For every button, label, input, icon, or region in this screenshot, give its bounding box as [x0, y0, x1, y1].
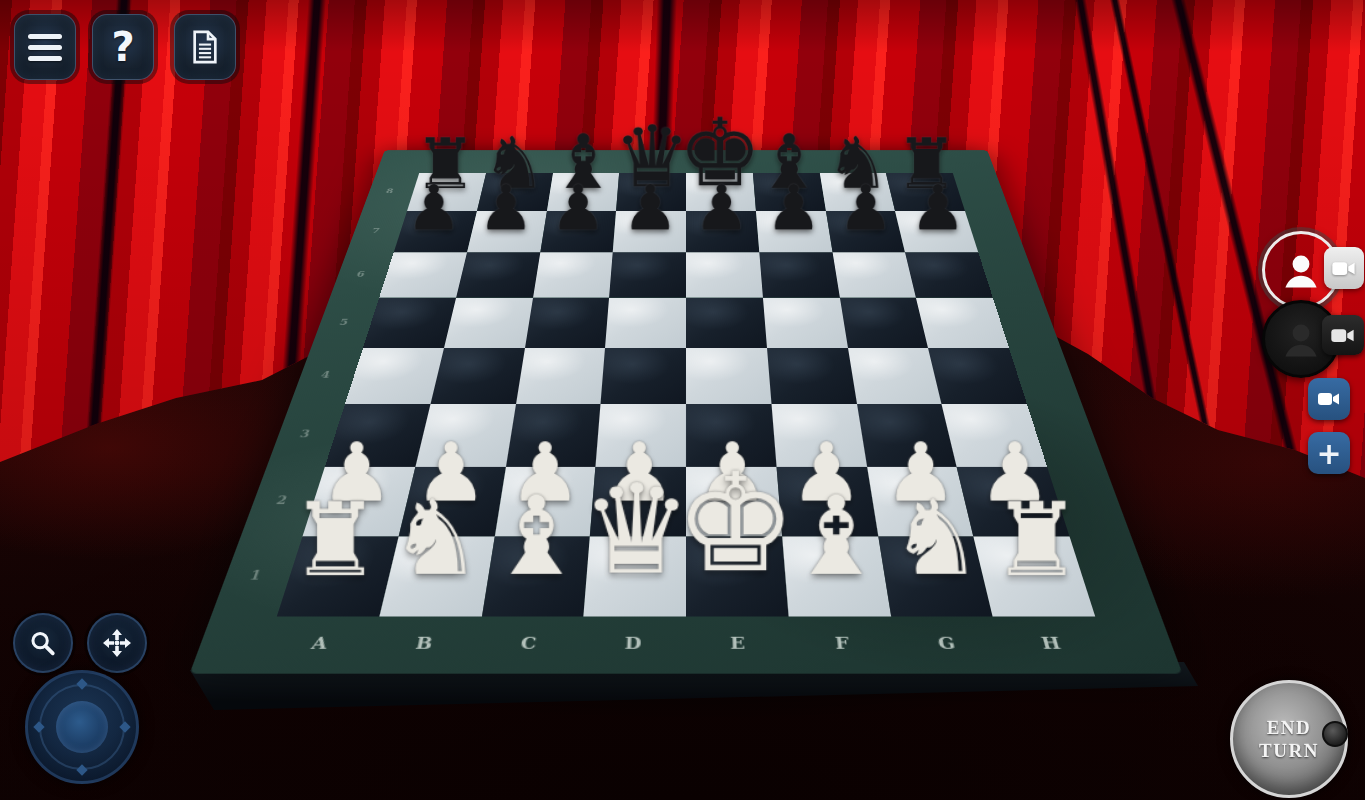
camera-joystick[interactable] [25, 670, 139, 784]
file-label-e: E [730, 634, 747, 654]
square-f4[interactable] [767, 348, 857, 404]
square-b7[interactable]: ♟ [467, 211, 547, 252]
file-label-d: D [624, 634, 643, 654]
person-icon [1279, 248, 1323, 292]
square-b1[interactable]: ♞ [379, 537, 494, 617]
rank-label-7: 7 [371, 227, 381, 234]
move-arrows-icon [101, 627, 133, 659]
square-e6[interactable] [686, 252, 763, 298]
square-c1[interactable]: ♝ [481, 537, 590, 617]
black-pawn[interactable]: ♟ [622, 178, 678, 237]
file-labels: A B C D E F G H [261, 621, 1112, 667]
board-perspective-scene: ♜♞♝♛♚♝♞♜♟♟♟♟♟♟♟♟♟♟♟♟♟♟♟♟♜♞♝♛♚♝♞♜ A B C D… [311, 0, 1061, 723]
square-a4[interactable] [345, 348, 444, 404]
rank-label-1: 1 [248, 568, 263, 582]
square-f6[interactable] [759, 252, 839, 298]
black-pawn[interactable]: ♟ [478, 178, 534, 237]
square-d5[interactable] [605, 298, 686, 348]
square-d7[interactable]: ♟ [613, 211, 686, 252]
rank-label-4: 4 [319, 370, 331, 380]
white-knight[interactable]: ♞ [389, 489, 482, 588]
square-b6[interactable] [456, 252, 540, 298]
square-g7[interactable]: ♟ [825, 211, 905, 252]
square-g5[interactable] [839, 298, 928, 348]
square-f1[interactable]: ♝ [782, 537, 891, 617]
square-d4[interactable] [601, 348, 686, 404]
square-a5[interactable] [363, 298, 456, 348]
black-pawn[interactable]: ♟ [406, 178, 462, 237]
square-d1[interactable]: ♛ [584, 537, 686, 617]
square-c5[interactable] [525, 298, 610, 348]
file-label-g: G [936, 634, 958, 654]
square-h4[interactable] [928, 348, 1027, 404]
square-c6[interactable] [533, 252, 613, 298]
file-label-a: A [309, 634, 331, 654]
square-h7[interactable]: ♟ [895, 211, 978, 252]
square-f7[interactable]: ♟ [756, 211, 832, 252]
square-d6[interactable] [609, 252, 686, 298]
white-king[interactable]: ♚ [675, 459, 797, 588]
plus-icon: + [1316, 436, 1341, 471]
end-turn-label-line2: TURN [1259, 740, 1319, 761]
square-h5[interactable] [916, 298, 1009, 348]
white-bishop[interactable]: ♝ [487, 485, 585, 589]
square-g6[interactable] [832, 252, 916, 298]
white-queen[interactable]: ♛ [580, 471, 691, 589]
rank-label-3: 3 [298, 429, 311, 440]
square-a6[interactable] [379, 252, 467, 298]
video-camera-icon [1331, 260, 1357, 277]
black-pawn[interactable]: ♟ [910, 178, 966, 237]
white-rook[interactable]: ♜ [991, 492, 1082, 588]
square-e5[interactable] [686, 298, 767, 348]
person-icon [1279, 317, 1323, 361]
video-camera-icon [1317, 391, 1341, 407]
player-top-camera-badge[interactable] [1324, 247, 1364, 289]
square-b5[interactable] [444, 298, 533, 348]
file-label-f: F [834, 634, 851, 654]
square-a7[interactable]: ♟ [394, 211, 477, 252]
board-squares: ♜♞♝♛♚♝♞♜♟♟♟♟♟♟♟♟♟♟♟♟♟♟♟♟♜♞♝♛♚♝♞♜ [277, 173, 1095, 617]
document-icon [190, 30, 220, 64]
square-g4[interactable] [848, 348, 942, 404]
end-turn-label-line1: END [1267, 717, 1312, 738]
menu-button[interactable] [14, 14, 76, 80]
square-e7[interactable]: ♟ [686, 211, 759, 252]
help-button[interactable]: ? [92, 14, 154, 80]
square-c4[interactable] [516, 348, 606, 404]
rank-label-6: 6 [355, 270, 366, 278]
rank-label-5: 5 [338, 318, 349, 327]
square-e4[interactable] [686, 348, 771, 404]
zoom-button[interactable] [13, 613, 73, 673]
question-mark-icon: ? [111, 24, 134, 70]
video-camera-icon [1330, 327, 1356, 344]
square-a1[interactable]: ♜ [277, 537, 399, 617]
magnifier-icon [28, 628, 58, 658]
square-g1[interactable]: ♞ [878, 537, 993, 617]
square-h6[interactable] [905, 252, 993, 298]
camera-view-button[interactable] [1308, 378, 1350, 420]
end-turn-knob [1322, 721, 1348, 747]
black-pawn[interactable]: ♟ [766, 178, 822, 237]
black-pawn[interactable]: ♟ [694, 178, 750, 237]
notes-button[interactable] [174, 14, 236, 80]
square-f5[interactable] [763, 298, 848, 348]
white-knight[interactable]: ♞ [889, 489, 982, 588]
chess-board: ♜♞♝♛♚♝♞♜♟♟♟♟♟♟♟♟♟♟♟♟♟♟♟♟♜♞♝♛♚♝♞♜ A B C D… [190, 150, 1183, 673]
game-scene: ♜♞♝♛♚♝♞♜♟♟♟♟♟♟♟♟♟♟♟♟♟♟♟♟♜♞♝♛♚♝♞♜ A B C D… [0, 0, 1365, 800]
hamburger-icon [28, 34, 62, 61]
add-button[interactable]: + [1308, 432, 1350, 474]
white-bishop[interactable]: ♝ [787, 485, 885, 589]
file-label-h: H [1039, 634, 1064, 654]
end-turn-button[interactable]: END TURN [1230, 680, 1348, 798]
rank-label-2: 2 [275, 494, 289, 506]
square-e1[interactable]: ♚ [686, 537, 788, 617]
square-b4[interactable] [430, 348, 524, 404]
rank-label-8: 8 [385, 188, 394, 195]
file-label-c: C [520, 634, 539, 654]
white-rook[interactable]: ♜ [290, 492, 381, 588]
black-pawn[interactable]: ♟ [550, 178, 606, 237]
square-h1[interactable]: ♜ [974, 537, 1096, 617]
joystick-knob[interactable] [56, 701, 108, 753]
file-label-b: B [414, 634, 436, 654]
pan-button[interactable] [87, 613, 147, 673]
player-bottom-camera-badge[interactable] [1322, 315, 1364, 355]
square-c7[interactable]: ♟ [540, 211, 616, 252]
black-pawn[interactable]: ♟ [838, 178, 894, 237]
